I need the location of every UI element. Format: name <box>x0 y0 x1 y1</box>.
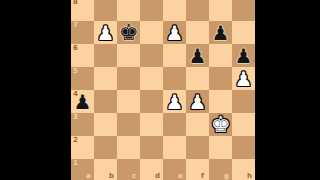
square-c6[interactable] <box>117 44 140 67</box>
square-f1[interactable] <box>186 159 209 180</box>
square-c2[interactable] <box>117 136 140 159</box>
square-b7[interactable]: ♟ <box>94 21 117 44</box>
rank-label-3: 3 <box>73 114 78 121</box>
square-f2[interactable] <box>186 136 209 159</box>
square-h3[interactable] <box>232 113 255 136</box>
square-c4[interactable] <box>117 90 140 113</box>
square-d3[interactable] <box>140 113 163 136</box>
square-f6[interactable]: ♟ <box>186 44 209 67</box>
square-b5[interactable] <box>94 67 117 90</box>
square-h5[interactable]: ♟ <box>232 67 255 90</box>
file-label-e: e <box>178 173 183 180</box>
square-e7[interactable]: ♟ <box>163 21 186 44</box>
square-h6[interactable]: ♟ <box>232 44 255 67</box>
letterbox-right <box>255 0 320 180</box>
square-d8[interactable] <box>140 0 163 21</box>
square-b8[interactable] <box>94 0 117 21</box>
square-b4[interactable] <box>94 90 117 113</box>
square-f3[interactable] <box>186 113 209 136</box>
square-e3[interactable] <box>163 113 186 136</box>
square-g4[interactable] <box>209 90 232 113</box>
white-pawn-piece[interactable]: ♟ <box>166 92 184 112</box>
square-d2[interactable] <box>140 136 163 159</box>
white-king-piece[interactable]: ♚ <box>211 114 231 136</box>
letterbox-left <box>0 0 71 180</box>
square-c8[interactable] <box>117 0 140 21</box>
file-label-g: g <box>224 173 229 180</box>
file-label-b: b <box>109 173 114 180</box>
square-h8[interactable] <box>232 0 255 21</box>
square-h2[interactable] <box>232 136 255 159</box>
square-b2[interactable] <box>94 136 117 159</box>
white-pawn-piece[interactable]: ♟ <box>97 23 115 43</box>
white-pawn-piece[interactable]: ♟ <box>166 23 184 43</box>
rank-label-2: 2 <box>73 137 78 144</box>
rank-label-1: 1 <box>73 160 78 167</box>
square-e5[interactable] <box>163 67 186 90</box>
square-e8[interactable] <box>163 0 186 21</box>
square-d6[interactable] <box>140 44 163 67</box>
black-pawn-piece[interactable]: ♟ <box>235 46 253 66</box>
black-king-piece[interactable]: ♚ <box>119 22 139 44</box>
square-f5[interactable] <box>186 67 209 90</box>
white-pawn-piece[interactable]: ♟ <box>189 92 207 112</box>
square-e4[interactable]: ♟ <box>163 90 186 113</box>
white-pawn-piece[interactable]: ♟ <box>235 69 253 89</box>
square-f4[interactable]: ♟ <box>186 90 209 113</box>
square-c7[interactable]: ♚ <box>117 21 140 44</box>
square-c3[interactable] <box>117 113 140 136</box>
square-e2[interactable] <box>163 136 186 159</box>
file-label-f: f <box>201 173 204 180</box>
square-c5[interactable] <box>117 67 140 90</box>
square-b6[interactable] <box>94 44 117 67</box>
rank-label-8: 8 <box>73 0 78 6</box>
square-d5[interactable] <box>140 67 163 90</box>
square-d7[interactable] <box>140 21 163 44</box>
black-pawn-piece[interactable]: ♟ <box>189 46 207 66</box>
square-e6[interactable] <box>163 44 186 67</box>
rank-label-5: 5 <box>73 68 78 75</box>
rank-label-6: 6 <box>73 45 78 52</box>
square-g3[interactable]: ♚ <box>209 113 232 136</box>
file-label-c: c <box>132 173 136 180</box>
file-label-d: d <box>155 173 160 180</box>
square-f7[interactable] <box>186 21 209 44</box>
rank-label-7: 7 <box>73 22 78 29</box>
square-g5[interactable] <box>209 67 232 90</box>
square-g7[interactable]: ♟ <box>209 21 232 44</box>
video-frame: ♟♚♟♟♟♟♟♟♟♟♚87654321abcdefgh <box>0 0 320 180</box>
square-g6[interactable] <box>209 44 232 67</box>
square-d4[interactable] <box>140 90 163 113</box>
square-h4[interactable] <box>232 90 255 113</box>
square-g8[interactable] <box>209 0 232 21</box>
square-f8[interactable] <box>186 0 209 21</box>
square-h7[interactable] <box>232 21 255 44</box>
rank-label-4: 4 <box>73 91 78 98</box>
square-b3[interactable] <box>94 113 117 136</box>
chess-board: ♟♚♟♟♟♟♟♟♟♟♚87654321abcdefgh <box>71 0 255 180</box>
black-pawn-piece[interactable]: ♟ <box>212 23 230 43</box>
square-c1[interactable] <box>117 159 140 180</box>
file-label-a: a <box>86 173 91 180</box>
square-g2[interactable] <box>209 136 232 159</box>
file-label-h: h <box>247 173 252 180</box>
